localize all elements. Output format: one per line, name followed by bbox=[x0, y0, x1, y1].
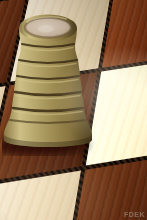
photo-scene: FDEK bbox=[0, 0, 147, 220]
watermark: FDEK bbox=[124, 211, 145, 219]
white-rook bbox=[2, 8, 94, 156]
rook-body bbox=[4, 28, 92, 147]
board-square bbox=[0, 171, 81, 220]
board-square bbox=[102, 0, 147, 68]
